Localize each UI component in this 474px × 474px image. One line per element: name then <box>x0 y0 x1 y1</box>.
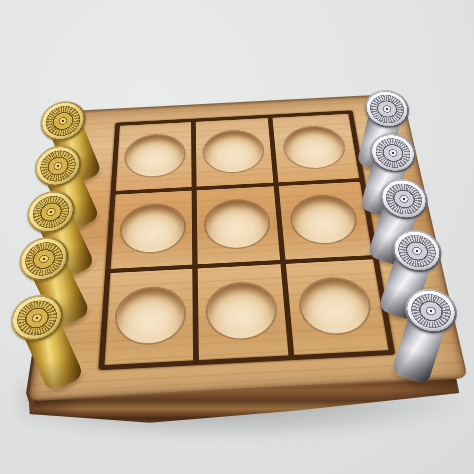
tic-tac-toe-grid <box>98 110 395 370</box>
cell-1-1[interactable] <box>197 186 286 269</box>
cell-0-2-hole <box>283 125 347 169</box>
cell-2-1[interactable] <box>198 264 294 360</box>
cell-0-2[interactable] <box>272 114 360 186</box>
cell-1-0-hole <box>120 204 184 254</box>
cell-2-0[interactable] <box>105 269 200 365</box>
cell-0-1-hole <box>204 130 264 174</box>
cell-2-0-hole <box>115 287 184 346</box>
cell-2-1-hole <box>207 282 277 340</box>
cell-1-2-hole <box>290 195 358 245</box>
cell-0-0-hole <box>124 134 183 178</box>
cell-2-2-hole <box>299 277 373 335</box>
cell-1-0[interactable] <box>110 190 198 273</box>
cell-1-1-hole <box>205 199 270 249</box>
photo-scene <box>0 0 474 474</box>
cell-0-1[interactable] <box>196 118 278 190</box>
cell-0-0[interactable] <box>115 122 196 195</box>
